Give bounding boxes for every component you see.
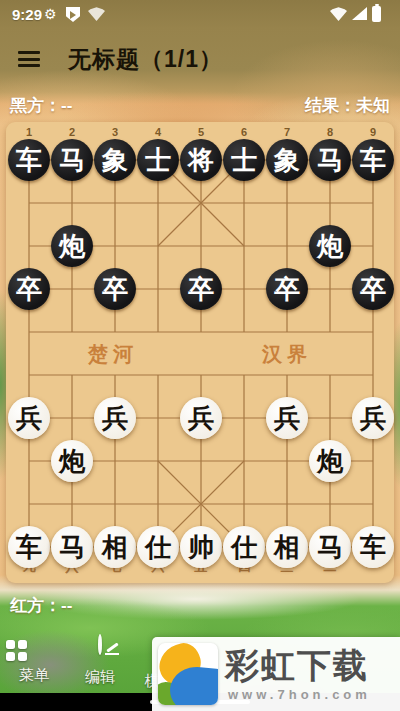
piece-red-仕[interactable]: 仕 xyxy=(223,526,265,568)
piece-red-车[interactable]: 车 xyxy=(8,526,50,568)
piece-black-炮[interactable]: 炮 xyxy=(309,225,351,267)
wifi-notification-icon xyxy=(88,7,105,21)
piece-red-车[interactable]: 车 xyxy=(352,526,394,568)
page-title: 无标题（1/1） xyxy=(68,44,223,75)
hamburger-menu-icon[interactable] xyxy=(18,51,40,67)
piece-red-兵[interactable]: 兵 xyxy=(180,397,222,439)
black-player-label: 黑方：-- xyxy=(10,94,72,117)
piece-black-车[interactable]: 车 xyxy=(8,139,50,181)
gear-icon: ⚙ xyxy=(44,7,57,21)
piece-red-相[interactable]: 相 xyxy=(266,526,308,568)
toolbar-item-menu[interactable]: 菜单 xyxy=(6,636,62,685)
piece-black-象[interactable]: 象 xyxy=(94,139,136,181)
watermark-title: 彩虹下载 xyxy=(225,643,369,689)
piece-black-士[interactable]: 士 xyxy=(137,139,179,181)
piece-red-兵[interactable]: 兵 xyxy=(8,397,50,439)
result-label: 结果：未知 xyxy=(305,94,390,117)
river-label-right: 汉界 xyxy=(261,343,312,365)
river-label-left: 楚河 xyxy=(87,343,138,366)
clock-time: 9:29 xyxy=(12,6,42,23)
cellular-signal-icon xyxy=(352,7,367,20)
piece-red-仕[interactable]: 仕 xyxy=(137,526,179,568)
piece-red-马[interactable]: 马 xyxy=(51,526,93,568)
piece-red-炮[interactable]: 炮 xyxy=(309,440,351,482)
watermark-url: www.7hon.com xyxy=(228,687,371,702)
piece-black-车[interactable]: 车 xyxy=(352,139,394,181)
toolbar-item-edit[interactable]: 编辑 xyxy=(72,636,128,687)
piece-red-相[interactable]: 相 xyxy=(94,526,136,568)
piece-black-将[interactable]: 将 xyxy=(180,139,222,181)
piece-black-卒[interactable]: 卒 xyxy=(352,268,394,310)
piece-red-兵[interactable]: 兵 xyxy=(352,397,394,439)
piece-red-炮[interactable]: 炮 xyxy=(51,440,93,482)
piece-red-帅[interactable]: 帅 xyxy=(180,526,222,568)
piece-black-马[interactable]: 马 xyxy=(51,139,93,181)
xiangqi-app-screen: 9:29 ⚙ 无标题（1/1） 黑方：-- 结果：未知 楚河 汉界 xyxy=(0,0,400,711)
piece-black-马[interactable]: 马 xyxy=(309,139,351,181)
edit-pencil-icon xyxy=(98,634,102,655)
shield-play-icon xyxy=(66,7,80,22)
status-bar: 9:29 ⚙ xyxy=(0,0,400,28)
xiangqi-board[interactable]: 楚河 汉界 123456789九八七六五四三二一 车马象士将士象马车炮炮卒卒卒卒… xyxy=(6,122,394,583)
piece-red-马[interactable]: 马 xyxy=(309,526,351,568)
piece-red-兵[interactable]: 兵 xyxy=(94,397,136,439)
wifi-status-icon xyxy=(330,7,347,21)
background-hill xyxy=(30,578,360,620)
battery-icon xyxy=(372,6,381,22)
piece-black-士[interactable]: 士 xyxy=(223,139,265,181)
watermark-banner: 彩虹下载 www.7hon.com xyxy=(152,637,400,711)
red-player-label: 红方：-- xyxy=(10,594,72,617)
grid-menu-icon xyxy=(6,640,28,662)
rainbow-download-logo xyxy=(158,643,218,705)
piece-black-卒[interactable]: 卒 xyxy=(8,268,50,310)
piece-black-象[interactable]: 象 xyxy=(266,139,308,181)
board-grid: 楚河 汉界 xyxy=(6,122,394,583)
piece-black-炮[interactable]: 炮 xyxy=(51,225,93,267)
piece-black-卒[interactable]: 卒 xyxy=(94,268,136,310)
piece-red-兵[interactable]: 兵 xyxy=(266,397,308,439)
piece-black-卒[interactable]: 卒 xyxy=(180,268,222,310)
app-bar: 无标题（1/1） xyxy=(0,28,400,90)
piece-black-卒[interactable]: 卒 xyxy=(266,268,308,310)
